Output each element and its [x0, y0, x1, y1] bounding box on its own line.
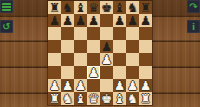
square-h3[interactable] — [139, 66, 152, 79]
square-c8[interactable]: ♝ — [74, 1, 87, 14]
square-g2[interactable]: ♟ — [126, 79, 139, 92]
square-h2[interactable]: ♟ — [139, 79, 152, 92]
black-king: ♚ — [101, 1, 112, 14]
black-knight: ♞ — [127, 1, 138, 14]
square-d5[interactable] — [87, 40, 100, 53]
chess-board: ♜♞♝♛♚♝♞♜♟♟♟♟♟♟♟♟♟♟♟♟♟♟♟♟♜♞♝♛♚♝♞♜ — [48, 1, 152, 105]
square-c5[interactable] — [74, 40, 87, 53]
square-d4[interactable] — [87, 53, 100, 66]
square-g1[interactable]: ♞ — [126, 92, 139, 105]
square-b2[interactable]: ♟ — [61, 79, 74, 92]
white-pawn: ♟ — [101, 53, 112, 66]
square-f8[interactable]: ♝ — [113, 1, 126, 14]
white-pawn: ♟ — [127, 79, 138, 92]
square-a3[interactable] — [48, 66, 61, 79]
black-pawn: ♟ — [49, 14, 60, 27]
square-h6[interactable] — [139, 27, 152, 40]
square-g6[interactable] — [126, 27, 139, 40]
black-rook: ♜ — [49, 1, 60, 14]
square-b6[interactable] — [61, 27, 74, 40]
square-f4[interactable] — [113, 53, 126, 66]
square-h8[interactable]: ♜ — [139, 1, 152, 14]
white-king: ♚ — [101, 92, 112, 105]
white-bishop: ♝ — [75, 92, 86, 105]
black-knight: ♞ — [62, 1, 73, 14]
square-f7[interactable]: ♟ — [113, 14, 126, 27]
square-g4[interactable] — [126, 53, 139, 66]
white-knight: ♞ — [127, 92, 138, 105]
undo-button[interactable]: ↺ — [0, 20, 13, 33]
redo-button[interactable]: ↷ — [187, 0, 200, 13]
square-c2[interactable]: ♟ — [74, 79, 87, 92]
square-b4[interactable] — [61, 53, 74, 66]
square-d3[interactable]: ♟ — [87, 66, 100, 79]
square-c7[interactable]: ♟ — [74, 14, 87, 27]
square-f3[interactable] — [113, 66, 126, 79]
square-b8[interactable]: ♞ — [61, 1, 74, 14]
square-a4[interactable] — [48, 53, 61, 66]
black-rook: ♜ — [140, 1, 151, 14]
undo-icon: ↺ — [2, 22, 10, 32]
square-b5[interactable] — [61, 40, 74, 53]
white-bishop: ♝ — [114, 92, 125, 105]
square-e2[interactable] — [100, 79, 113, 92]
square-f6[interactable] — [113, 27, 126, 40]
square-a7[interactable]: ♟ — [48, 14, 61, 27]
square-d8[interactable]: ♛ — [87, 1, 100, 14]
square-b7[interactable]: ♟ — [61, 14, 74, 27]
square-f5[interactable] — [113, 40, 126, 53]
square-b1[interactable]: ♞ — [61, 92, 74, 105]
white-pawn: ♟ — [140, 79, 151, 92]
black-bishop: ♝ — [114, 1, 125, 14]
square-g5[interactable] — [126, 40, 139, 53]
square-g3[interactable] — [126, 66, 139, 79]
square-e4[interactable]: ♟ — [100, 53, 113, 66]
square-f2[interactable]: ♟ — [113, 79, 126, 92]
app-background: ♜♞♝♛♚♝♞♜♟♟♟♟♟♟♟♟♟♟♟♟♟♟♟♟♜♞♝♛♚♝♞♜ ↺ ↷ i — [0, 0, 200, 107]
square-g7[interactable]: ♟ — [126, 14, 139, 27]
white-pawn: ♟ — [62, 79, 73, 92]
square-e6[interactable] — [100, 27, 113, 40]
black-pawn: ♟ — [62, 14, 73, 27]
square-a5[interactable] — [48, 40, 61, 53]
square-h1[interactable]: ♜ — [139, 92, 152, 105]
square-b3[interactable] — [61, 66, 74, 79]
black-pawn: ♟ — [140, 14, 151, 27]
redo-icon: ↷ — [189, 2, 197, 12]
black-pawn: ♟ — [114, 14, 125, 27]
info-icon: i — [192, 22, 195, 32]
black-queen: ♛ — [88, 1, 99, 14]
info-button[interactable]: i — [187, 20, 200, 33]
square-e7[interactable] — [100, 14, 113, 27]
square-c1[interactable]: ♝ — [74, 92, 87, 105]
black-pawn: ♟ — [88, 14, 99, 27]
square-c3[interactable] — [74, 66, 87, 79]
square-h7[interactable]: ♟ — [139, 14, 152, 27]
black-pawn: ♟ — [75, 14, 86, 27]
white-rook: ♜ — [49, 92, 60, 105]
square-e5[interactable]: ♟ — [100, 40, 113, 53]
square-d7[interactable]: ♟ — [87, 14, 100, 27]
square-a8[interactable]: ♜ — [48, 1, 61, 14]
square-e1[interactable]: ♚ — [100, 92, 113, 105]
white-rook: ♜ — [140, 92, 151, 105]
square-d6[interactable] — [87, 27, 100, 40]
square-g8[interactable]: ♞ — [126, 1, 139, 14]
square-e8[interactable]: ♚ — [100, 1, 113, 14]
square-f1[interactable]: ♝ — [113, 92, 126, 105]
square-d1[interactable]: ♛ — [87, 92, 100, 105]
black-pawn: ♟ — [101, 40, 112, 53]
square-d2[interactable] — [87, 79, 100, 92]
white-pawn: ♟ — [88, 66, 99, 79]
menu-button[interactable] — [0, 0, 13, 13]
square-a2[interactable]: ♟ — [48, 79, 61, 92]
white-pawn: ♟ — [114, 79, 125, 92]
white-queen: ♛ — [88, 92, 99, 105]
white-pawn: ♟ — [75, 79, 86, 92]
black-pawn: ♟ — [127, 14, 138, 27]
square-c6[interactable] — [74, 27, 87, 40]
white-pawn: ♟ — [49, 79, 60, 92]
square-a6[interactable] — [48, 27, 61, 40]
square-a1[interactable]: ♜ — [48, 92, 61, 105]
square-h4[interactable] — [139, 53, 152, 66]
black-bishop: ♝ — [75, 1, 86, 14]
white-knight: ♞ — [62, 92, 73, 105]
square-e3[interactable] — [100, 66, 113, 79]
square-h5[interactable] — [139, 40, 152, 53]
square-c4[interactable] — [74, 53, 87, 66]
hamburger-icon — [2, 3, 11, 11]
